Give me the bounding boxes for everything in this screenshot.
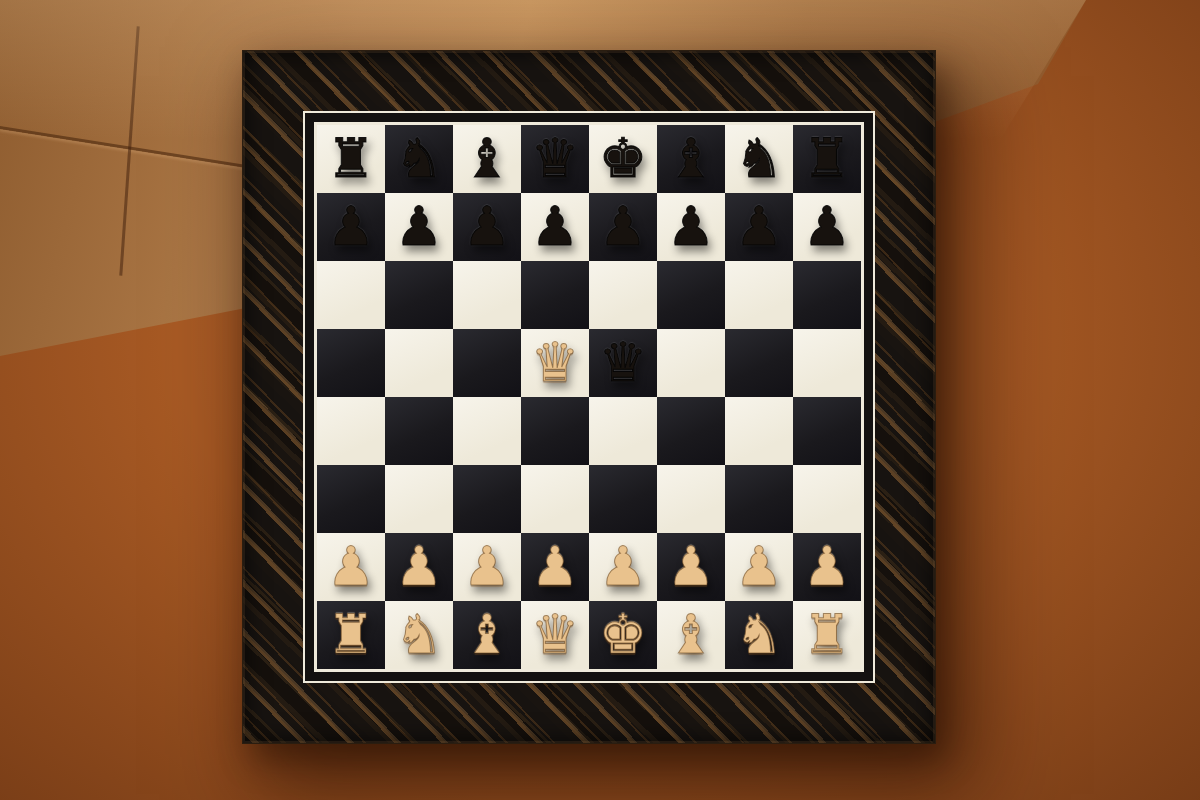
square-f7[interactable]: ♟ bbox=[657, 193, 725, 261]
square-d4[interactable] bbox=[521, 397, 589, 465]
square-g3[interactable] bbox=[725, 465, 793, 533]
square-e5[interactable]: ♛ bbox=[589, 329, 657, 397]
piece-white-pawn[interactable]: ♟ bbox=[667, 534, 715, 600]
square-h8[interactable]: ♜ bbox=[793, 125, 861, 193]
square-g1[interactable]: ♞ bbox=[725, 601, 793, 669]
square-b6[interactable] bbox=[385, 261, 453, 329]
square-h1[interactable]: ♜ bbox=[793, 601, 861, 669]
piece-white-bishop[interactable]: ♝ bbox=[667, 602, 715, 668]
square-f1[interactable]: ♝ bbox=[657, 601, 725, 669]
square-d2[interactable]: ♟ bbox=[521, 533, 589, 601]
square-g8[interactable]: ♞ bbox=[725, 125, 793, 193]
square-g5[interactable] bbox=[725, 329, 793, 397]
square-h6[interactable] bbox=[793, 261, 861, 329]
square-a1[interactable]: ♜ bbox=[317, 601, 385, 669]
square-g2[interactable]: ♟ bbox=[725, 533, 793, 601]
frame-pinstripe: ♜♞♝♛♚♝♞♜♟♟♟♟♟♟♟♟♛♛♟♟♟♟♟♟♟♟♜♞♝♛♚♝♞♜ bbox=[303, 111, 875, 683]
square-b8[interactable]: ♞ bbox=[385, 125, 453, 193]
square-a7[interactable]: ♟ bbox=[317, 193, 385, 261]
piece-black-pawn[interactable]: ♟ bbox=[463, 194, 511, 260]
square-e4[interactable] bbox=[589, 397, 657, 465]
square-f2[interactable]: ♟ bbox=[657, 533, 725, 601]
piece-black-bishop[interactable]: ♝ bbox=[667, 126, 715, 192]
square-b3[interactable] bbox=[385, 465, 453, 533]
square-h7[interactable]: ♟ bbox=[793, 193, 861, 261]
piece-black-pawn[interactable]: ♟ bbox=[667, 194, 715, 260]
square-b5[interactable] bbox=[385, 329, 453, 397]
piece-white-bishop[interactable]: ♝ bbox=[463, 602, 511, 668]
square-e8[interactable]: ♚ bbox=[589, 125, 657, 193]
piece-white-pawn[interactable]: ♟ bbox=[735, 534, 783, 600]
square-a8[interactable]: ♜ bbox=[317, 125, 385, 193]
chess-board: ♜♞♝♛♚♝♞♜♟♟♟♟♟♟♟♟♛♛♟♟♟♟♟♟♟♟♜♞♝♛♚♝♞♜ bbox=[242, 50, 936, 744]
square-h5[interactable] bbox=[793, 329, 861, 397]
square-g7[interactable]: ♟ bbox=[725, 193, 793, 261]
piece-black-knight[interactable]: ♞ bbox=[395, 126, 443, 192]
square-h3[interactable] bbox=[793, 465, 861, 533]
square-d6[interactable] bbox=[521, 261, 589, 329]
square-e3[interactable] bbox=[589, 465, 657, 533]
piece-white-queen[interactable]: ♛ bbox=[531, 602, 579, 668]
square-c5[interactable] bbox=[453, 329, 521, 397]
square-b7[interactable]: ♟ bbox=[385, 193, 453, 261]
square-e1[interactable]: ♚ bbox=[589, 601, 657, 669]
square-g4[interactable] bbox=[725, 397, 793, 465]
square-f3[interactable] bbox=[657, 465, 725, 533]
square-d8[interactable]: ♛ bbox=[521, 125, 589, 193]
square-f6[interactable] bbox=[657, 261, 725, 329]
square-g6[interactable] bbox=[725, 261, 793, 329]
piece-white-pawn[interactable]: ♟ bbox=[803, 534, 851, 600]
piece-white-rook[interactable]: ♜ bbox=[803, 602, 851, 668]
square-e7[interactable]: ♟ bbox=[589, 193, 657, 261]
board-margin-line: ♜♞♝♛♚♝♞♜♟♟♟♟♟♟♟♟♛♛♟♟♟♟♟♟♟♟♜♞♝♛♚♝♞♜ bbox=[314, 122, 864, 672]
square-c8[interactable]: ♝ bbox=[453, 125, 521, 193]
piece-white-pawn[interactable]: ♟ bbox=[327, 534, 375, 600]
piece-white-queen[interactable]: ♛ bbox=[531, 330, 579, 396]
piece-black-pawn[interactable]: ♟ bbox=[327, 194, 375, 260]
square-c6[interactable] bbox=[453, 261, 521, 329]
piece-black-pawn[interactable]: ♟ bbox=[735, 194, 783, 260]
piece-white-pawn[interactable]: ♟ bbox=[463, 534, 511, 600]
square-d1[interactable]: ♛ bbox=[521, 601, 589, 669]
square-c7[interactable]: ♟ bbox=[453, 193, 521, 261]
piece-white-king[interactable]: ♚ bbox=[599, 602, 647, 668]
square-b4[interactable] bbox=[385, 397, 453, 465]
piece-black-pawn[interactable]: ♟ bbox=[395, 194, 443, 260]
square-h2[interactable]: ♟ bbox=[793, 533, 861, 601]
square-c1[interactable]: ♝ bbox=[453, 601, 521, 669]
square-c4[interactable] bbox=[453, 397, 521, 465]
square-c2[interactable]: ♟ bbox=[453, 533, 521, 601]
piece-white-rook[interactable]: ♜ bbox=[327, 602, 375, 668]
square-c3[interactable] bbox=[453, 465, 521, 533]
piece-black-queen[interactable]: ♛ bbox=[599, 330, 647, 396]
square-a5[interactable] bbox=[317, 329, 385, 397]
square-a3[interactable] bbox=[317, 465, 385, 533]
scene: ♜♞♝♛♚♝♞♜♟♟♟♟♟♟♟♟♛♛♟♟♟♟♟♟♟♟♜♞♝♛♚♝♞♜ bbox=[0, 0, 1200, 800]
square-d5[interactable]: ♛ bbox=[521, 329, 589, 397]
square-a6[interactable] bbox=[317, 261, 385, 329]
board-grid: ♜♞♝♛♚♝♞♜♟♟♟♟♟♟♟♟♛♛♟♟♟♟♟♟♟♟♜♞♝♛♚♝♞♜ bbox=[317, 125, 861, 669]
piece-black-king[interactable]: ♚ bbox=[599, 126, 647, 192]
square-d7[interactable]: ♟ bbox=[521, 193, 589, 261]
piece-white-knight[interactable]: ♞ bbox=[395, 602, 443, 668]
square-h4[interactable] bbox=[793, 397, 861, 465]
piece-white-pawn[interactable]: ♟ bbox=[395, 534, 443, 600]
piece-black-bishop[interactable]: ♝ bbox=[463, 126, 511, 192]
piece-black-queen[interactable]: ♛ bbox=[531, 126, 579, 192]
piece-black-rook[interactable]: ♜ bbox=[327, 126, 375, 192]
piece-black-rook[interactable]: ♜ bbox=[803, 126, 851, 192]
square-f4[interactable] bbox=[657, 397, 725, 465]
square-e6[interactable] bbox=[589, 261, 657, 329]
square-d3[interactable] bbox=[521, 465, 589, 533]
square-e2[interactable]: ♟ bbox=[589, 533, 657, 601]
square-a2[interactable]: ♟ bbox=[317, 533, 385, 601]
square-b1[interactable]: ♞ bbox=[385, 601, 453, 669]
square-f5[interactable] bbox=[657, 329, 725, 397]
piece-black-pawn[interactable]: ♟ bbox=[599, 194, 647, 260]
piece-black-pawn[interactable]: ♟ bbox=[803, 194, 851, 260]
square-a4[interactable] bbox=[317, 397, 385, 465]
piece-black-knight[interactable]: ♞ bbox=[735, 126, 783, 192]
piece-white-knight[interactable]: ♞ bbox=[735, 602, 783, 668]
piece-white-pawn[interactable]: ♟ bbox=[531, 534, 579, 600]
square-f8[interactable]: ♝ bbox=[657, 125, 725, 193]
square-b2[interactable]: ♟ bbox=[385, 533, 453, 601]
piece-white-pawn[interactable]: ♟ bbox=[599, 534, 647, 600]
piece-black-pawn[interactable]: ♟ bbox=[531, 194, 579, 260]
